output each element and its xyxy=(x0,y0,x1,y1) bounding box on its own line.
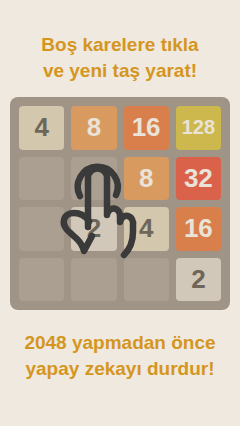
empty-cell-r4c3[interactable] xyxy=(124,258,169,302)
instruction-bottom-line1: 2048 yapmadan önce xyxy=(0,330,240,356)
tile-2-r4c4: 2 xyxy=(176,258,221,302)
tile-16-r3c4: 16 xyxy=(176,207,221,251)
tile-16-r1c3: 16 xyxy=(124,106,169,150)
tile-2-r3c2: 2 xyxy=(71,207,116,251)
game-board-2048: 481612883224162 xyxy=(10,97,230,310)
tile-4-r1c1: 4 xyxy=(19,106,64,150)
tile-8-r2c3: 8 xyxy=(124,157,169,201)
tile-8-r1c2: 8 xyxy=(71,106,116,150)
empty-cell-r2c1[interactable] xyxy=(19,157,64,201)
instruction-text-top: Boş karelere tıkla ve yeni taş yarat! xyxy=(0,32,240,84)
empty-cell-r4c1[interactable] xyxy=(19,258,64,302)
instruction-top-line2: ve yeni taş yarat! xyxy=(0,58,240,84)
instruction-top-line1: Boş karelere tıkla xyxy=(0,32,240,58)
empty-cell-r4c2[interactable] xyxy=(71,258,116,302)
instruction-bottom-line2: yapay zekayı durdur! xyxy=(0,356,240,382)
tile-32-r2c4: 32 xyxy=(176,157,221,201)
tile-128-r1c4: 128 xyxy=(176,106,221,150)
empty-cell-r3c1[interactable] xyxy=(19,207,64,251)
tile-4-r3c3: 4 xyxy=(124,207,169,251)
empty-cell-r2c2[interactable] xyxy=(71,157,116,201)
instruction-text-bottom: 2048 yapmadan önce yapay zekayı durdur! xyxy=(0,330,240,382)
